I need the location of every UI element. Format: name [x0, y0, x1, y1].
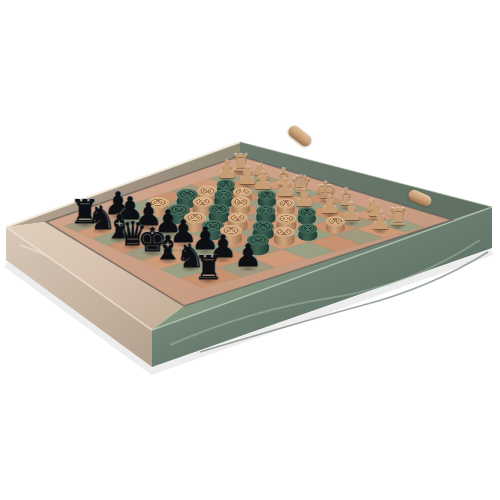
- piece-shadow: [370, 228, 391, 235]
- checker-top-carving: [258, 191, 276, 201]
- piece-tP-e7[interactable]: ♟: [293, 186, 315, 210]
- checker-tan-g4[interactable]: [274, 227, 295, 246]
- piece-tP-f7[interactable]: ♟: [319, 193, 341, 217]
- piece-bP-h2[interactable]: ♟: [234, 240, 262, 271]
- checker-green-g5[interactable]: [298, 223, 317, 241]
- checker-top-carving: [233, 187, 251, 197]
- checker-tan-g6[interactable]: [326, 217, 344, 234]
- checker-top-carving: [298, 208, 316, 218]
- piece-shadow: [194, 276, 222, 286]
- checker-green-f6[interactable]: [298, 208, 316, 225]
- checker-top-carving: [274, 227, 295, 238]
- checker-top-carving: [227, 213, 248, 224]
- checker-top-carving: [253, 221, 274, 232]
- piece-bR-h1[interactable]: ♜: [194, 251, 224, 284]
- checker-top-carving: [326, 217, 344, 227]
- checker-top-carving: [277, 199, 295, 209]
- piece-shadow: [235, 264, 261, 273]
- piece-tP-h7[interactable]: ♟: [369, 209, 391, 233]
- checker-top-carving: [216, 180, 234, 190]
- board-scene: ♜♞♝♛♚♝♞♜♟♟♟♟♟♟♟♟♟♟♟♟♟♟♟♟♜♞♝♛♚♝♞♜: [0, 0, 500, 500]
